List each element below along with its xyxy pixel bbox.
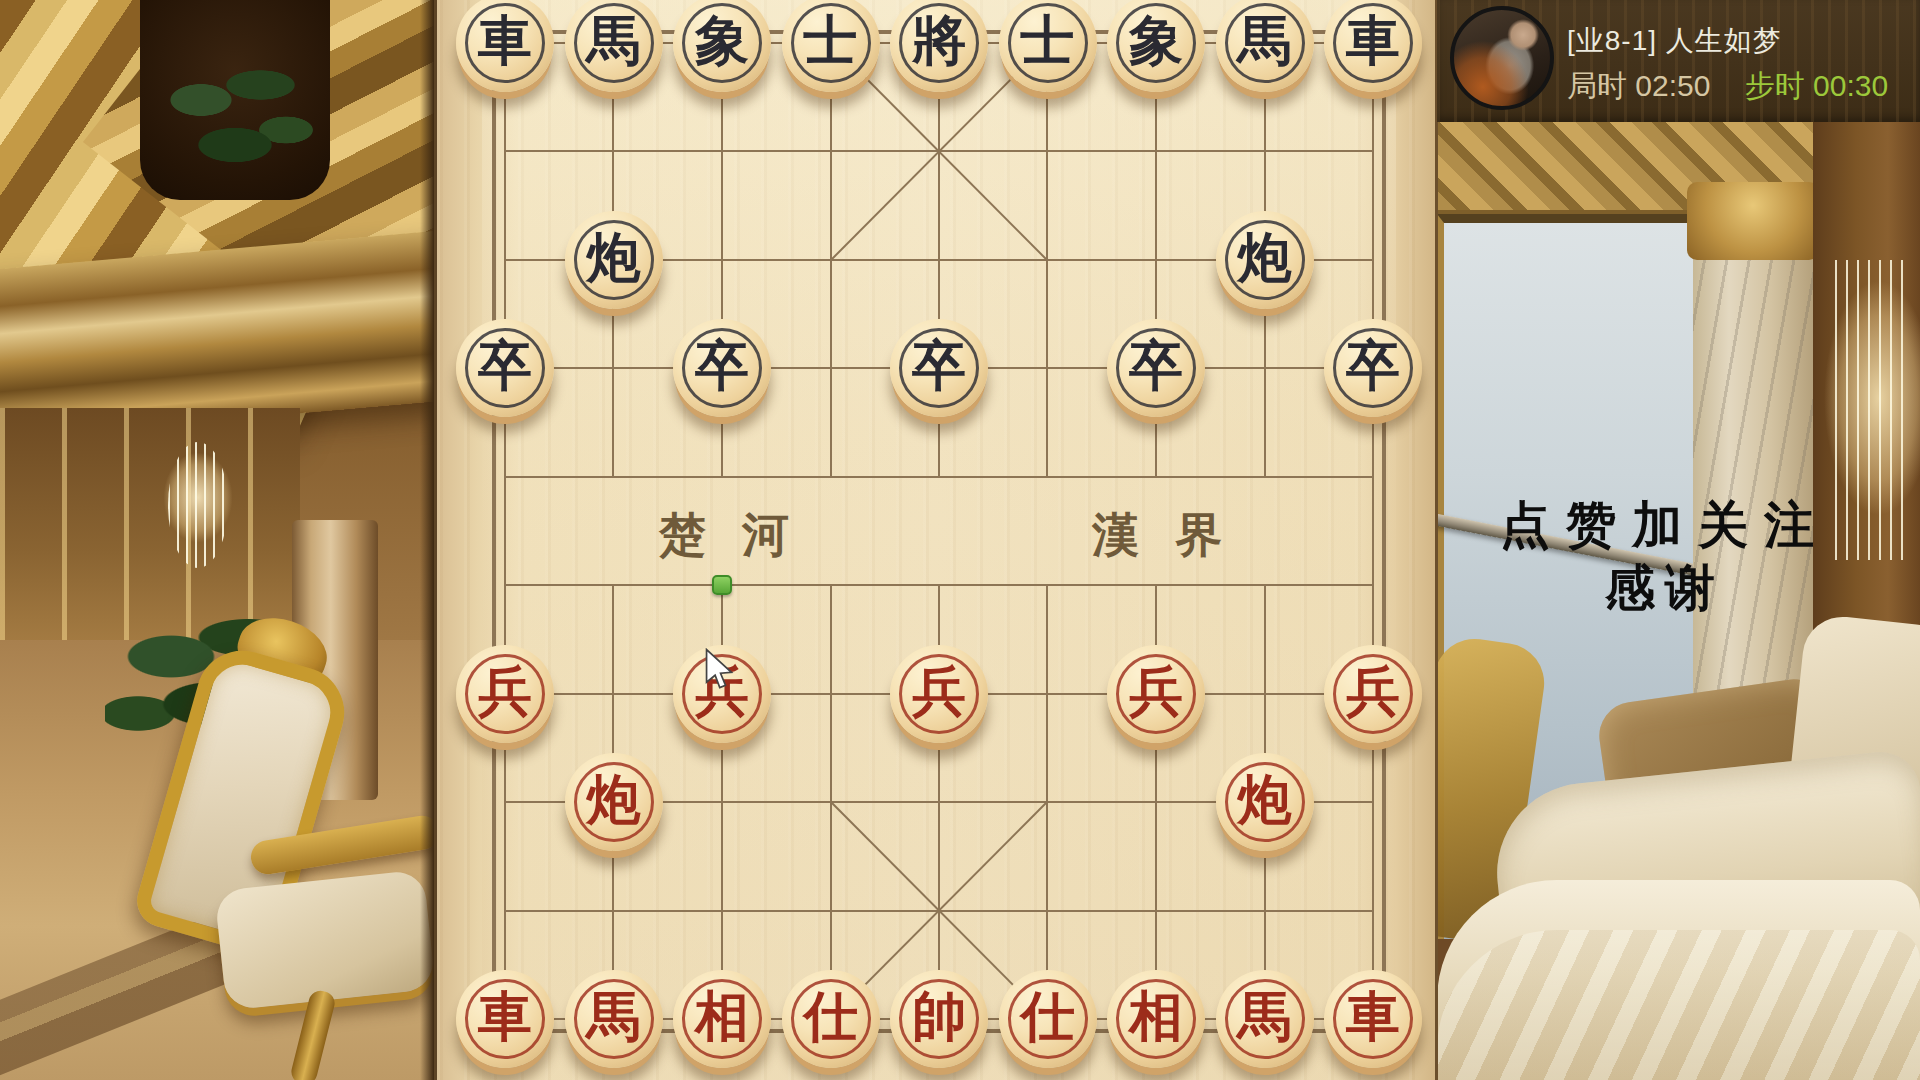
piece-glyph: 車 xyxy=(1346,990,1400,1044)
piece-glyph: 炮 xyxy=(587,773,641,827)
piece-glyph: 仕 xyxy=(804,990,858,1044)
piece-black-卒[interactable]: 卒 xyxy=(1324,319,1422,417)
piece-red-車[interactable]: 車 xyxy=(456,970,554,1068)
piece-black-士[interactable]: 士 xyxy=(999,0,1097,92)
piece-glyph: 炮 xyxy=(1238,773,1292,827)
mouse-cursor xyxy=(703,648,735,694)
piece-red-兵[interactable]: 兵 xyxy=(1324,645,1422,743)
piece-glyph: 車 xyxy=(1346,14,1400,68)
board-left-shadow xyxy=(420,0,434,1080)
piece-red-相[interactable]: 相 xyxy=(1107,970,1205,1068)
piece-glyph: 仕 xyxy=(1021,990,1075,1044)
hanging-plant xyxy=(150,40,320,190)
piece-red-兵[interactable]: 兵 xyxy=(890,645,988,743)
piece-black-卒[interactable]: 卒 xyxy=(673,319,771,417)
player-name: [业8-1] 人生如梦 xyxy=(1567,22,1782,60)
piece-glyph: 炮 xyxy=(1238,231,1292,285)
piece-glyph: 帥 xyxy=(912,990,966,1044)
piece-black-卒[interactable]: 卒 xyxy=(456,319,554,417)
piece-black-炮[interactable]: 炮 xyxy=(1216,211,1314,309)
app-screen: 点赞加关注 感谢 xyxy=(0,0,1920,1080)
piece-red-兵[interactable]: 兵 xyxy=(456,645,554,743)
piece-black-士[interactable]: 士 xyxy=(782,0,880,92)
gold-capital xyxy=(1687,182,1819,260)
piece-glyph: 卒 xyxy=(1129,339,1183,393)
piece-red-馬[interactable]: 馬 xyxy=(1216,970,1314,1068)
piece-glyph: 士 xyxy=(1021,14,1075,68)
piece-glyph: 馬 xyxy=(1238,990,1292,1044)
overlay-line1: 点赞加关注 xyxy=(1455,498,1875,553)
piece-red-車[interactable]: 車 xyxy=(1324,970,1422,1068)
game-time: 局时 02:50 xyxy=(1567,69,1710,102)
piece-glyph: 相 xyxy=(1129,990,1183,1044)
piece-glyph: 卒 xyxy=(695,339,749,393)
player-info-panel: [业8-1] 人生如梦 局时 02:50 步时 00:30 xyxy=(1437,0,1920,122)
piece-black-卒[interactable]: 卒 xyxy=(1107,319,1205,417)
piece-black-馬[interactable]: 馬 xyxy=(1216,0,1314,92)
piece-glyph: 卒 xyxy=(1346,339,1400,393)
piece-glyph: 馬 xyxy=(587,990,641,1044)
move-time: 步时 00:30 xyxy=(1745,69,1888,102)
piece-glyph: 兵 xyxy=(478,665,532,719)
piece-black-炮[interactable]: 炮 xyxy=(565,211,663,309)
river-label-chu: 楚河 xyxy=(659,504,825,567)
gilded-armchair-seat xyxy=(214,869,434,1010)
move-hint-marker[interactable] xyxy=(712,575,732,595)
xiangqi-board: 楚河 漢界 車馬象士將士象馬車炮炮卒卒卒卒卒兵兵兵兵兵炮炮車馬相仕帥仕相馬車 xyxy=(434,0,1438,1080)
piece-glyph: 炮 xyxy=(587,231,641,285)
overlay-line2: 感谢 xyxy=(1455,561,1875,616)
piece-glyph: 兵 xyxy=(1346,665,1400,719)
piece-red-帥[interactable]: 帥 xyxy=(890,970,988,1068)
piece-red-馬[interactable]: 馬 xyxy=(565,970,663,1068)
chandelier-icon xyxy=(148,430,248,580)
piece-glyph: 卒 xyxy=(478,339,532,393)
background-left-palace xyxy=(0,0,434,1080)
piece-glyph: 兵 xyxy=(912,665,966,719)
piece-glyph: 馬 xyxy=(1238,14,1292,68)
piece-glyph: 車 xyxy=(478,14,532,68)
piece-black-馬[interactable]: 馬 xyxy=(565,0,663,92)
piece-red-相[interactable]: 相 xyxy=(673,970,771,1068)
piece-glyph: 車 xyxy=(478,990,532,1044)
piece-glyph: 將 xyxy=(912,14,966,68)
piece-glyph: 相 xyxy=(695,990,749,1044)
piece-glyph: 士 xyxy=(804,14,858,68)
piece-glyph: 馬 xyxy=(587,14,641,68)
piece-red-仕[interactable]: 仕 xyxy=(782,970,880,1068)
piece-red-兵[interactable]: 兵 xyxy=(1107,645,1205,743)
piece-red-炮[interactable]: 炮 xyxy=(1216,753,1314,851)
piece-red-仕[interactable]: 仕 xyxy=(999,970,1097,1068)
piece-black-卒[interactable]: 卒 xyxy=(890,319,988,417)
player-avatar[interactable] xyxy=(1450,6,1554,110)
river-label-han: 漢界 xyxy=(1092,504,1258,567)
piece-glyph: 象 xyxy=(1129,14,1183,68)
piece-glyph: 卒 xyxy=(912,339,966,393)
piece-glyph: 兵 xyxy=(1129,665,1183,719)
piece-glyph: 象 xyxy=(695,14,749,68)
board-grid-lines xyxy=(437,0,1441,1080)
piece-red-炮[interactable]: 炮 xyxy=(565,753,663,851)
stream-overlay-text: 点赞加关注 感谢 xyxy=(1455,498,1875,616)
player-timers: 局时 02:50 步时 00:30 xyxy=(1567,66,1888,107)
sofa-sheen xyxy=(1437,930,1920,1080)
